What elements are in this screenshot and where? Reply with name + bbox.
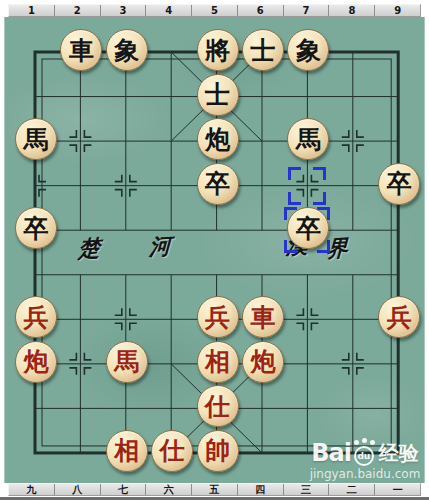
piece-black-horse[interactable]: 馬 [15,118,57,160]
top-coord-label-5: 5 [192,5,238,16]
baidu-paw-icon: du [353,440,377,466]
watermark-jingyan-text: 经验 [379,440,419,467]
bottom-coord-label-9: 一 [375,484,420,495]
top-coord-label-7: 7 [284,5,330,16]
river-char-2: 河 [149,231,172,263]
top-coordinate-bar: 123456789 [8,4,421,17]
top-coord-label-3: 3 [101,5,147,16]
piece-red-elephant[interactable]: 相 [106,430,148,472]
bottom-coord-label-2: 八 [55,484,101,495]
piece-red-general[interactable]: 帥 [197,430,239,472]
piece-black-soldier[interactable]: 卒 [378,163,420,205]
piece-black-advisor[interactable]: 士 [242,29,284,71]
bottom-coord-label-3: 七 [101,484,147,495]
river-char-4: 界 [326,233,349,265]
baidu-jingyan-watermark: Bai du 经验 jingyan.baidu.com [304,440,426,481]
bottom-coord-label-8: 二 [329,484,375,495]
piece-black-elephant[interactable]: 象 [106,29,148,71]
piece-black-cannon[interactable]: 炮 [197,118,239,160]
piece-red-advisor[interactable]: 仕 [151,430,193,472]
top-coord-label-2: 2 [55,5,101,16]
xiangqi-board[interactable]: 楚河漢界 車象將士象士馬炮馬卒卒卒卒兵兵車兵炮馬相炮仕相仕帥 [4,17,425,483]
top-coord-label-9: 9 [375,5,420,16]
bottom-coord-label-4: 六 [146,484,192,495]
bottom-coordinate-bar: 九八七六五四三二一 [8,483,421,496]
xiangqi-app-window: 123456789 楚河漢界 車象將士象士馬炮馬卒卒卒卒兵兵車兵炮馬相炮仕相仕帥… [0,0,429,500]
bottom-coord-label-1: 九 [9,484,55,495]
top-coord-label-1: 1 [9,5,55,16]
bottom-coord-label-6: 四 [238,484,284,495]
bottom-coord-label-5: 五 [192,484,238,495]
piece-red-horse[interactable]: 馬 [106,341,148,383]
piece-black-soldier[interactable]: 卒 [15,207,57,249]
piece-red-advisor[interactable]: 仕 [197,385,239,427]
piece-red-cannon[interactable]: 炮 [242,341,284,383]
top-coord-label-4: 4 [146,5,192,16]
watermark-bai-text: Bai [311,439,351,467]
watermark-url: jingyan.baidu.com [304,467,426,481]
piece-red-cannon[interactable]: 炮 [15,341,57,383]
river-char-1: 楚 [78,233,101,265]
piece-red-elephant[interactable]: 相 [197,341,239,383]
piece-black-advisor[interactable]: 士 [197,74,239,116]
piece-red-soldier[interactable]: 兵 [15,296,57,338]
top-coord-label-6: 6 [238,5,284,16]
top-coord-label-8: 8 [329,5,375,16]
piece-black-general[interactable]: 將 [197,29,239,71]
bottom-coord-label-7: 三 [284,484,330,495]
watermark-du-text: du [357,451,370,461]
piece-red-soldier[interactable]: 兵 [197,296,239,338]
piece-black-soldier[interactable]: 卒 [197,163,239,205]
piece-red-chariot[interactable]: 車 [242,296,284,338]
